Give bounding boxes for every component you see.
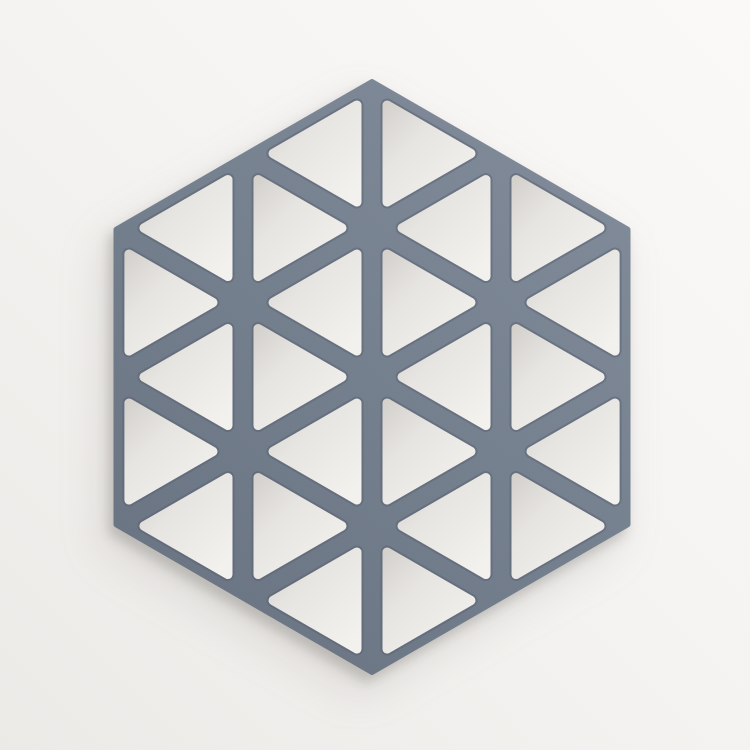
trivet-photo	[0, 0, 750, 750]
photo-backdrop	[0, 0, 750, 750]
trivet	[117, 82, 628, 672]
